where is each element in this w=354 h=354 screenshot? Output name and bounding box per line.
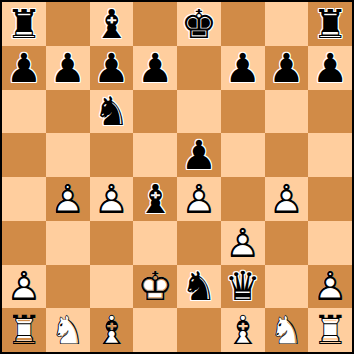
square-a8[interactable]: ♜ (2, 2, 46, 46)
black-rook-glyph: ♜ (308, 2, 352, 46)
square-f8[interactable] (221, 2, 265, 46)
white-pawn-outline-glyph: ♙ (2, 265, 46, 309)
square-h8[interactable]: ♜ (308, 2, 352, 46)
white-pawn-outline-glyph: ♙ (221, 221, 265, 265)
square-a4[interactable] (2, 177, 46, 221)
piece-white-king: ♚♔ (133, 265, 177, 309)
piece-white-bishop: ♝♗ (90, 308, 134, 352)
black-rook-glyph: ♜ (2, 2, 46, 46)
square-h2[interactable]: ♟♙ (308, 265, 352, 309)
chess-board: ♜♝♚♜♟♟♟♟♟♟♟♞♟♟♙♟♙♝♟♙♟♙♟♙♟♙♚♔♞♛♟♙♜♖♞♘♝♗♝♗… (2, 2, 352, 352)
black-pawn-glyph: ♟ (90, 46, 134, 90)
square-g3[interactable] (265, 221, 309, 265)
piece-white-knight: ♞♘ (265, 308, 309, 352)
square-h1[interactable]: ♜♖ (308, 308, 352, 352)
black-pawn-glyph: ♟ (46, 46, 90, 90)
piece-black-rook: ♜ (308, 2, 352, 46)
piece-black-pawn: ♟ (133, 46, 177, 90)
square-e4[interactable]: ♟♙ (177, 177, 221, 221)
piece-white-pawn: ♟♙ (308, 265, 352, 309)
black-pawn-glyph: ♟ (2, 46, 46, 90)
white-rook-outline-glyph: ♖ (308, 308, 352, 352)
piece-white-pawn: ♟♙ (265, 177, 309, 221)
square-f2[interactable]: ♛ (221, 265, 265, 309)
square-b3[interactable] (46, 221, 90, 265)
piece-black-pawn: ♟ (265, 46, 309, 90)
black-bishop-glyph: ♝ (133, 177, 177, 221)
white-pawn-outline-glyph: ♙ (265, 177, 309, 221)
piece-white-rook: ♜♖ (308, 308, 352, 352)
square-d1[interactable] (133, 308, 177, 352)
piece-white-pawn: ♟♙ (2, 265, 46, 309)
square-b6[interactable] (46, 90, 90, 134)
piece-white-pawn: ♟♙ (46, 177, 90, 221)
white-knight-outline-glyph: ♘ (265, 308, 309, 352)
piece-black-bishop: ♝ (90, 2, 134, 46)
black-king-glyph: ♚ (177, 2, 221, 46)
square-c3[interactable] (90, 221, 134, 265)
square-b2[interactable] (46, 265, 90, 309)
piece-black-pawn: ♟ (308, 46, 352, 90)
white-bishop-outline-glyph: ♗ (221, 308, 265, 352)
black-pawn-glyph: ♟ (133, 46, 177, 90)
square-a1[interactable]: ♜♖ (2, 308, 46, 352)
square-a6[interactable] (2, 90, 46, 134)
square-e6[interactable] (177, 90, 221, 134)
piece-black-king: ♚ (177, 2, 221, 46)
square-h7[interactable]: ♟ (308, 46, 352, 90)
piece-black-pawn: ♟ (2, 46, 46, 90)
white-rook-outline-glyph: ♖ (2, 308, 46, 352)
piece-black-knight: ♞ (177, 265, 221, 309)
black-queen-glyph: ♛ (221, 265, 265, 309)
square-a7[interactable]: ♟ (2, 46, 46, 90)
square-b4[interactable]: ♟♙ (46, 177, 90, 221)
white-pawn-outline-glyph: ♙ (308, 265, 352, 309)
board-frame: ♜♝♚♜♟♟♟♟♟♟♟♞♟♟♙♟♙♝♟♙♟♙♟♙♟♙♚♔♞♛♟♙♜♖♞♘♝♗♝♗… (0, 0, 354, 354)
square-f6[interactable] (221, 90, 265, 134)
square-c5[interactable] (90, 133, 134, 177)
square-d4[interactable]: ♝ (133, 177, 177, 221)
black-pawn-glyph: ♟ (177, 133, 221, 177)
square-e5[interactable]: ♟ (177, 133, 221, 177)
square-c2[interactable] (90, 265, 134, 309)
square-f3[interactable]: ♟♙ (221, 221, 265, 265)
square-h6[interactable] (308, 90, 352, 134)
square-d2[interactable]: ♚♔ (133, 265, 177, 309)
square-e7[interactable] (177, 46, 221, 90)
square-f1[interactable]: ♝♗ (221, 308, 265, 352)
square-d7[interactable]: ♟ (133, 46, 177, 90)
square-h4[interactable] (308, 177, 352, 221)
black-pawn-glyph: ♟ (221, 46, 265, 90)
piece-white-pawn: ♟♙ (221, 221, 265, 265)
black-knight-glyph: ♞ (177, 265, 221, 309)
white-pawn-outline-glyph: ♙ (90, 177, 134, 221)
square-g1[interactable]: ♞♘ (265, 308, 309, 352)
square-c1[interactable]: ♝♗ (90, 308, 134, 352)
square-b8[interactable] (46, 2, 90, 46)
white-pawn-outline-glyph: ♙ (177, 177, 221, 221)
white-king-outline-glyph: ♔ (133, 265, 177, 309)
white-bishop-outline-glyph: ♗ (90, 308, 134, 352)
square-b7[interactable]: ♟ (46, 46, 90, 90)
square-c6[interactable]: ♞ (90, 90, 134, 134)
piece-white-pawn: ♟♙ (177, 177, 221, 221)
piece-white-rook: ♜♖ (2, 308, 46, 352)
square-g8[interactable] (265, 2, 309, 46)
piece-black-pawn: ♟ (90, 46, 134, 90)
square-b1[interactable]: ♞♘ (46, 308, 90, 352)
square-d5[interactable] (133, 133, 177, 177)
square-d6[interactable] (133, 90, 177, 134)
piece-black-rook: ♜ (2, 2, 46, 46)
square-c8[interactable]: ♝ (90, 2, 134, 46)
square-g4[interactable]: ♟♙ (265, 177, 309, 221)
square-h3[interactable] (308, 221, 352, 265)
square-g2[interactable] (265, 265, 309, 309)
square-e1[interactable] (177, 308, 221, 352)
square-b5[interactable] (46, 133, 90, 177)
square-a3[interactable] (2, 221, 46, 265)
square-a5[interactable] (2, 133, 46, 177)
piece-white-pawn: ♟♙ (90, 177, 134, 221)
black-knight-glyph: ♞ (90, 90, 134, 134)
piece-black-bishop: ♝ (133, 177, 177, 221)
black-bishop-glyph: ♝ (90, 2, 134, 46)
square-e2[interactable]: ♞ (177, 265, 221, 309)
square-f7[interactable]: ♟ (221, 46, 265, 90)
square-e8[interactable]: ♚ (177, 2, 221, 46)
piece-black-pawn: ♟ (46, 46, 90, 90)
square-c4[interactable]: ♟♙ (90, 177, 134, 221)
white-knight-outline-glyph: ♘ (46, 308, 90, 352)
white-pawn-outline-glyph: ♙ (46, 177, 90, 221)
piece-black-knight: ♞ (90, 90, 134, 134)
square-e3[interactable] (177, 221, 221, 265)
square-d8[interactable] (133, 2, 177, 46)
square-a2[interactable]: ♟♙ (2, 265, 46, 309)
square-g6[interactable] (265, 90, 309, 134)
black-pawn-glyph: ♟ (308, 46, 352, 90)
square-h5[interactable] (308, 133, 352, 177)
piece-black-queen: ♛ (221, 265, 265, 309)
square-g7[interactable]: ♟ (265, 46, 309, 90)
piece-white-bishop: ♝♗ (221, 308, 265, 352)
piece-black-pawn: ♟ (177, 133, 221, 177)
square-g5[interactable] (265, 133, 309, 177)
piece-black-pawn: ♟ (221, 46, 265, 90)
piece-white-knight: ♞♘ (46, 308, 90, 352)
square-f4[interactable] (221, 177, 265, 221)
black-pawn-glyph: ♟ (265, 46, 309, 90)
square-d3[interactable] (133, 221, 177, 265)
square-f5[interactable] (221, 133, 265, 177)
square-c7[interactable]: ♟ (90, 46, 134, 90)
